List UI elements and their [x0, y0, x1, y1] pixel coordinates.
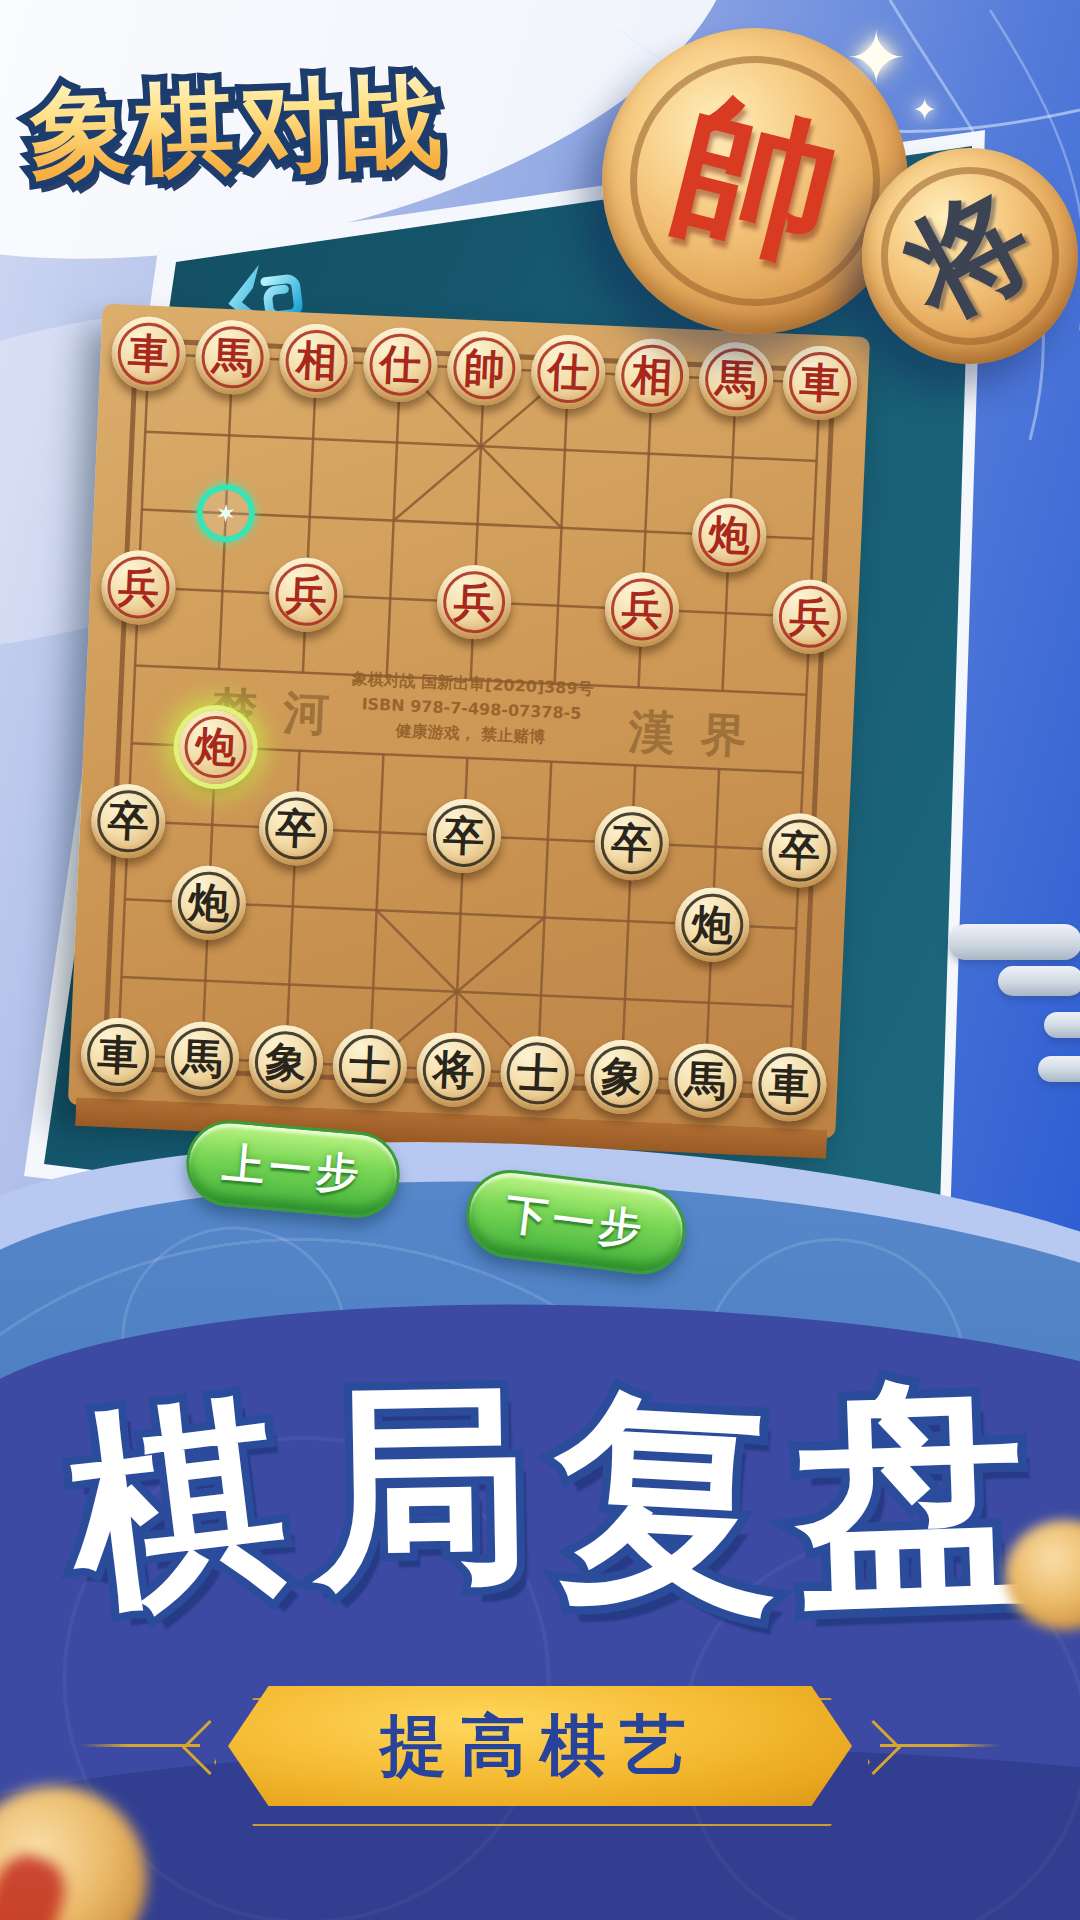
banner-slogan: 提高棋艺 — [228, 1686, 852, 1806]
cloud-bar-icon — [998, 966, 1080, 996]
coin-shuai-char: 帥 — [653, 59, 858, 304]
headline: 棋局 复盘 棋局 复盘 — [70, 1368, 1020, 1678]
headline-text: 棋局 复盘 — [70, 1368, 1020, 1622]
decor-coin-jiang: 将 — [862, 148, 1078, 364]
app-title-text: 象棋对战 — [28, 55, 448, 204]
board-watermark: 象棋对战 国新出审[2020]389号 ISBN 978-7-498-07378… — [320, 666, 623, 753]
river-text-right: 漢界 — [627, 701, 774, 769]
app-title: 象棋对战 象棋对战 — [28, 55, 448, 204]
promo-page: 楚河 漢界 象棋对战 国新出审[2020]389号 ISBN 978-7-498… — [0, 0, 1080, 1920]
cloud-bar-icon — [1038, 1056, 1080, 1082]
coin-jiang-char: 将 — [880, 158, 1059, 355]
xiangqi-board: 楚河 漢界 象棋对战 国新出审[2020]389号 ISBN 978-7-498… — [66, 304, 870, 1183]
sparkle-icon: ✦ — [846, 16, 906, 100]
cloud-bar-icon — [1044, 1012, 1080, 1038]
sparkle-icon-small: ✦ — [912, 92, 937, 127]
cloud-bar-icon — [948, 924, 1080, 960]
